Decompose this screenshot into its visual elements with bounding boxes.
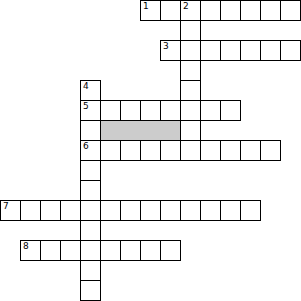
- crossword-cell[interactable]: [120, 100, 141, 121]
- crossword-cell[interactable]: [80, 200, 101, 221]
- crossword-cell[interactable]: [160, 240, 181, 261]
- crossword-cell[interactable]: [140, 140, 161, 161]
- crossword-cell[interactable]: [200, 140, 221, 161]
- crossword-cell[interactable]: [100, 100, 121, 121]
- crossword-cell[interactable]: [240, 40, 261, 61]
- crossword-cell[interactable]: [80, 220, 101, 241]
- crossword-cell[interactable]: [180, 80, 201, 101]
- crossword-cell[interactable]: [80, 120, 101, 141]
- crossword-cell[interactable]: [240, 140, 261, 161]
- crossword-cell[interactable]: [60, 200, 81, 221]
- blocked-region: [100, 120, 181, 141]
- crossword-cell[interactable]: [120, 200, 141, 221]
- crossword-cell[interactable]: [180, 120, 201, 141]
- crossword-cell[interactable]: [140, 200, 161, 221]
- crossword-cell[interactable]: [180, 60, 201, 81]
- crossword-cell[interactable]: [200, 40, 221, 61]
- crossword-cell[interactable]: [240, 0, 261, 21]
- crossword-cell[interactable]: [20, 200, 41, 221]
- crossword-cell[interactable]: [140, 240, 161, 261]
- crossword-cell[interactable]: [200, 200, 221, 221]
- crossword-cell[interactable]: [60, 240, 81, 261]
- crossword-cell[interactable]: [180, 140, 201, 161]
- crossword-cell[interactable]: [40, 240, 61, 261]
- crossword-cell[interactable]: [120, 140, 141, 161]
- crossword-cell[interactable]: [80, 140, 101, 161]
- crossword-cell[interactable]: [280, 0, 301, 21]
- crossword-cell[interactable]: [100, 200, 121, 221]
- crossword-cell[interactable]: [180, 200, 201, 221]
- crossword-cell[interactable]: [220, 0, 241, 21]
- crossword-cell[interactable]: [260, 40, 281, 61]
- crossword-cell[interactable]: [280, 40, 301, 61]
- crossword-cell[interactable]: [180, 40, 201, 61]
- crossword-cell[interactable]: [80, 180, 101, 201]
- crossword-cell[interactable]: [140, 100, 161, 121]
- crossword-cell[interactable]: [80, 240, 101, 261]
- crossword-cell[interactable]: [20, 240, 41, 261]
- crossword-cell[interactable]: [220, 40, 241, 61]
- crossword-cell[interactable]: [160, 200, 181, 221]
- crossword-cell[interactable]: [180, 100, 201, 121]
- crossword-cell[interactable]: [160, 100, 181, 121]
- crossword-cell[interactable]: [80, 280, 101, 301]
- crossword-cell[interactable]: [240, 200, 261, 221]
- crossword-cell[interactable]: [220, 100, 241, 121]
- crossword-cell[interactable]: [80, 100, 101, 121]
- crossword-cell[interactable]: [100, 240, 121, 261]
- crossword-board: 12345678: [0, 0, 301, 301]
- crossword-cell[interactable]: [160, 140, 181, 161]
- crossword-cell[interactable]: [40, 200, 61, 221]
- crossword-cell[interactable]: [100, 140, 121, 161]
- crossword-cell[interactable]: [180, 0, 201, 21]
- crossword-cell[interactable]: [160, 40, 181, 61]
- crossword-cell[interactable]: [80, 260, 101, 281]
- crossword-cell[interactable]: [260, 140, 281, 161]
- crossword-cell[interactable]: [80, 160, 101, 181]
- crossword-cell[interactable]: [120, 240, 141, 261]
- crossword-cell[interactable]: [180, 20, 201, 41]
- crossword-cell[interactable]: [0, 200, 21, 221]
- crossword-cell[interactable]: [160, 0, 181, 21]
- crossword-cell[interactable]: [220, 140, 241, 161]
- crossword-cell[interactable]: [200, 100, 221, 121]
- crossword-cell[interactable]: [260, 0, 281, 21]
- crossword-cell[interactable]: [140, 0, 161, 21]
- crossword-cell[interactable]: [80, 80, 101, 101]
- crossword-cell[interactable]: [200, 0, 221, 21]
- crossword-cell[interactable]: [220, 200, 241, 221]
